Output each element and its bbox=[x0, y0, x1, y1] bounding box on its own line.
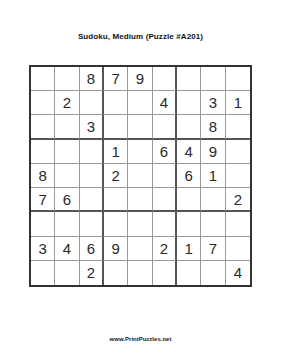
puzzle-page: Sudoku, Medium (Puzzle #A201) 8792431381… bbox=[0, 0, 281, 363]
cell-r4c8[interactable]: 9 bbox=[201, 140, 225, 164]
cell-r7c7[interactable] bbox=[177, 212, 201, 236]
cell-r6c7[interactable] bbox=[177, 188, 201, 212]
cell-r2c9[interactable]: 1 bbox=[226, 91, 250, 115]
cell-r8c6[interactable]: 2 bbox=[153, 237, 177, 261]
cell-r9c9[interactable]: 4 bbox=[226, 261, 250, 285]
cell-r9c3[interactable]: 2 bbox=[80, 261, 104, 285]
cell-r6c2[interactable]: 6 bbox=[55, 188, 79, 212]
cell-r4c1[interactable] bbox=[31, 140, 55, 164]
cell-r4c9[interactable] bbox=[226, 140, 250, 164]
cell-r5c2[interactable] bbox=[55, 164, 79, 188]
cell-r7c3[interactable] bbox=[80, 212, 104, 236]
cell-r8c7[interactable]: 1 bbox=[177, 237, 201, 261]
cell-r2c3[interactable] bbox=[80, 91, 104, 115]
cell-r4c5[interactable] bbox=[128, 140, 152, 164]
cell-r6c4[interactable] bbox=[104, 188, 128, 212]
sudoku-board: 87924313816498261762346921724 bbox=[29, 65, 252, 287]
cell-r6c6[interactable] bbox=[153, 188, 177, 212]
cell-r2c1[interactable] bbox=[31, 91, 55, 115]
cell-r7c4[interactable] bbox=[104, 212, 128, 236]
cell-r1c5[interactable]: 9 bbox=[128, 67, 152, 91]
cell-r3c5[interactable] bbox=[128, 115, 152, 139]
cell-r6c5[interactable] bbox=[128, 188, 152, 212]
cell-r3c7[interactable] bbox=[177, 115, 201, 139]
cell-r1c2[interactable] bbox=[55, 67, 79, 91]
cell-r1c6[interactable] bbox=[153, 67, 177, 91]
cell-r5c9[interactable] bbox=[226, 164, 250, 188]
cell-r4c2[interactable] bbox=[55, 140, 79, 164]
cell-r6c8[interactable] bbox=[201, 188, 225, 212]
cell-r2c4[interactable] bbox=[104, 91, 128, 115]
footer-url: www.PrintPuzzles.net bbox=[0, 336, 281, 342]
cell-r3c9[interactable] bbox=[226, 115, 250, 139]
cell-r4c6[interactable]: 6 bbox=[153, 140, 177, 164]
cell-r5c6[interactable] bbox=[153, 164, 177, 188]
cell-r5c1[interactable]: 8 bbox=[31, 164, 55, 188]
cell-r3c2[interactable] bbox=[55, 115, 79, 139]
cell-r7c5[interactable] bbox=[128, 212, 152, 236]
cell-r1c1[interactable] bbox=[31, 67, 55, 91]
cell-r7c2[interactable] bbox=[55, 212, 79, 236]
cell-r3c3[interactable]: 3 bbox=[80, 115, 104, 139]
cell-r2c7[interactable] bbox=[177, 91, 201, 115]
cell-r9c1[interactable] bbox=[31, 261, 55, 285]
cell-r1c4[interactable]: 7 bbox=[104, 67, 128, 91]
cell-r1c9[interactable] bbox=[226, 67, 250, 91]
cell-r8c5[interactable] bbox=[128, 237, 152, 261]
cell-r5c8[interactable]: 1 bbox=[201, 164, 225, 188]
cell-r5c5[interactable] bbox=[128, 164, 152, 188]
cell-r7c1[interactable] bbox=[31, 212, 55, 236]
cell-r9c4[interactable] bbox=[104, 261, 128, 285]
cell-r8c9[interactable] bbox=[226, 237, 250, 261]
cell-r4c3[interactable] bbox=[80, 140, 104, 164]
cell-r7c6[interactable] bbox=[153, 212, 177, 236]
cell-r8c3[interactable]: 6 bbox=[80, 237, 104, 261]
puzzle-title: Sudoku, Medium (Puzzle #A201) bbox=[0, 32, 281, 41]
cell-r9c6[interactable] bbox=[153, 261, 177, 285]
cell-r2c5[interactable] bbox=[128, 91, 152, 115]
cell-r2c2[interactable]: 2 bbox=[55, 91, 79, 115]
cell-r9c7[interactable] bbox=[177, 261, 201, 285]
cell-r6c9[interactable]: 2 bbox=[226, 188, 250, 212]
cell-r8c8[interactable]: 7 bbox=[201, 237, 225, 261]
cell-r4c4[interactable]: 1 bbox=[104, 140, 128, 164]
cell-r4c7[interactable]: 4 bbox=[177, 140, 201, 164]
cell-r6c3[interactable] bbox=[80, 188, 104, 212]
cell-r9c8[interactable] bbox=[201, 261, 225, 285]
cell-r2c6[interactable]: 4 bbox=[153, 91, 177, 115]
cell-r2c8[interactable]: 3 bbox=[201, 91, 225, 115]
cell-r7c8[interactable] bbox=[201, 212, 225, 236]
cell-r3c4[interactable] bbox=[104, 115, 128, 139]
cell-r5c3[interactable] bbox=[80, 164, 104, 188]
cell-r1c7[interactable] bbox=[177, 67, 201, 91]
cell-r3c8[interactable]: 8 bbox=[201, 115, 225, 139]
cell-r7c9[interactable] bbox=[226, 212, 250, 236]
cell-r9c2[interactable] bbox=[55, 261, 79, 285]
cell-r1c8[interactable] bbox=[201, 67, 225, 91]
cell-r3c6[interactable] bbox=[153, 115, 177, 139]
cell-r9c5[interactable] bbox=[128, 261, 152, 285]
cell-r6c1[interactable]: 7 bbox=[31, 188, 55, 212]
cell-r1c3[interactable]: 8 bbox=[80, 67, 104, 91]
cell-r3c1[interactable] bbox=[31, 115, 55, 139]
cell-r8c4[interactable]: 9 bbox=[104, 237, 128, 261]
cell-r5c4[interactable]: 2 bbox=[104, 164, 128, 188]
cell-r8c1[interactable]: 3 bbox=[31, 237, 55, 261]
cell-r5c7[interactable]: 6 bbox=[177, 164, 201, 188]
cell-r8c2[interactable]: 4 bbox=[55, 237, 79, 261]
